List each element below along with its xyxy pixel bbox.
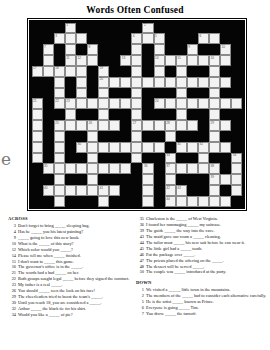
- grid-cell-black: [220, 33, 231, 44]
- grid-cell-black: [142, 66, 153, 77]
- across-clue-32: 32Arthur _____ the black tie for his shi…: [8, 306, 132, 312]
- clue-text: I found her rummaging _____ my suitcase.: [146, 222, 221, 227]
- cell-number: 3: [55, 34, 57, 38]
- grid-cell-white[interactable]: [198, 163, 209, 174]
- grid-cell-black: [65, 77, 76, 88]
- across-clue-4: 4Has he _____ you his latest painting?: [8, 229, 132, 235]
- grid-cell-white[interactable]: 18: [54, 66, 65, 77]
- grid-cell-white[interactable]: [54, 77, 65, 88]
- grid-cell-white[interactable]: 3: [54, 33, 65, 44]
- across-clue-29: 29The cheerleaders tried to boost the te…: [8, 294, 132, 300]
- grid-cell-white[interactable]: [231, 185, 242, 196]
- cell-number: 23: [66, 99, 70, 103]
- grid-cell-black: [120, 33, 131, 44]
- grid-cell-white[interactable]: [54, 196, 65, 207]
- grid-cell-black: [32, 44, 43, 55]
- grid-cell-white[interactable]: [176, 98, 187, 109]
- grid-cell-white[interactable]: [187, 142, 198, 153]
- grid-cell-white[interactable]: 38: [209, 163, 220, 174]
- grid-cell-white[interactable]: [142, 142, 153, 153]
- grid-cell-black: [198, 88, 209, 99]
- grid-cell-white[interactable]: 13: [120, 55, 131, 66]
- cell-number: 30: [77, 142, 81, 146]
- grid-cell-black: [43, 196, 54, 207]
- grid-cell-black: [76, 44, 87, 55]
- clue-number: 16: [8, 264, 16, 270]
- grid-cell-white[interactable]: [131, 77, 142, 88]
- grid-cell-white[interactable]: [165, 98, 176, 109]
- grid-cell-white[interactable]: 30: [76, 142, 87, 153]
- grid-cell-white[interactable]: [54, 174, 65, 185]
- grid-cell-white[interactable]: [165, 174, 176, 185]
- grid-cell-white[interactable]: [32, 131, 43, 142]
- grid-cell-white[interactable]: [220, 120, 231, 131]
- grid-cell-black: [32, 23, 43, 34]
- grid-cell-white[interactable]: [32, 153, 43, 164]
- grid-cell-black: [220, 153, 231, 164]
- grid-cell-black: [165, 23, 176, 34]
- grid-cell-white[interactable]: [87, 163, 98, 174]
- grid-cell-black: [176, 33, 187, 44]
- grid-cell-black: [131, 174, 142, 185]
- grid-cell-black: [76, 131, 87, 142]
- grid-cell-white[interactable]: [87, 174, 98, 185]
- grid-cell-black: [109, 66, 120, 77]
- grid-cell-white[interactable]: [87, 153, 98, 164]
- grid-cell-white[interactable]: [65, 163, 76, 174]
- grid-cell-black: [98, 131, 109, 142]
- clue-text: The cheerleaders tried to boost the team…: [18, 294, 103, 299]
- grid-cell-white[interactable]: [131, 88, 142, 99]
- across-clue-16: 16The governor's office is in the _____.: [8, 264, 132, 270]
- grid-cell-black: [198, 23, 209, 34]
- cell-number: 21: [33, 99, 37, 103]
- grid-cell-white[interactable]: [87, 98, 98, 109]
- down-clue-1: 1We visited a _____, little town in the …: [136, 287, 267, 293]
- grid-cell-white[interactable]: 34: [231, 153, 242, 164]
- grid-cell-white[interactable]: [131, 153, 142, 164]
- clue-number: 5: [136, 299, 144, 305]
- grid-cell-black: [32, 196, 43, 207]
- grid-cell-white[interactable]: [98, 88, 109, 99]
- grid-cell-black: [154, 153, 165, 164]
- grid-cell-white[interactable]: 22: [54, 98, 65, 109]
- grid-cell-white[interactable]: 40: [43, 185, 54, 196]
- grid-cell-black: [65, 196, 76, 207]
- grid-cell-white[interactable]: [165, 77, 176, 88]
- grid-cell-white[interactable]: [220, 55, 231, 66]
- grid-cell-white[interactable]: 37: [165, 163, 176, 174]
- grid-cell-black: [220, 131, 231, 142]
- grid-cell-white[interactable]: [142, 77, 153, 88]
- grid-cell-white[interactable]: [120, 98, 131, 109]
- grid-cell-white[interactable]: [65, 66, 76, 77]
- grid-cell-white[interactable]: [142, 185, 153, 196]
- across-clue-45: 45The little girl had a _____ tooth.: [136, 246, 267, 252]
- grid-cell-white[interactable]: 35: [43, 163, 54, 174]
- clue-number: 48: [136, 264, 144, 270]
- grid-cell-white[interactable]: [54, 163, 65, 174]
- clue-text: My father is a real _____.: [18, 282, 63, 287]
- grid-cell-white[interactable]: [220, 142, 231, 153]
- grid-cell-white[interactable]: 31: [176, 142, 187, 153]
- grid-cell-white[interactable]: [109, 98, 120, 109]
- cell-number: 16: [211, 56, 215, 60]
- grid-cell-white[interactable]: 8: [87, 44, 98, 55]
- clue-text: Charleston is the _____ of West Virginia…: [146, 216, 218, 221]
- grid-cell-white[interactable]: [43, 66, 54, 77]
- grid-cell-white[interactable]: [87, 185, 98, 196]
- grid-cell-black: [43, 23, 54, 34]
- grid-cell-white[interactable]: [131, 55, 142, 66]
- grid-cell-white[interactable]: 43: [176, 185, 187, 196]
- grid-cell-white[interactable]: 29: [209, 120, 220, 131]
- grid-cell-white[interactable]: 1: [65, 23, 76, 34]
- grid-cell-white[interactable]: [109, 185, 120, 196]
- grid-cell-white[interactable]: 24: [154, 98, 165, 109]
- grid-cell-white[interactable]: [187, 98, 198, 109]
- grid-cell-white[interactable]: [176, 163, 187, 174]
- grid-cell-white[interactable]: [120, 77, 131, 88]
- grid-cell-white[interactable]: [76, 77, 87, 88]
- cell-number: 34: [233, 153, 237, 157]
- grid-cell-white[interactable]: [98, 142, 109, 153]
- grid-cell-white[interactable]: [131, 44, 142, 55]
- grid-cell-white[interactable]: [231, 174, 242, 185]
- grid-cell-white[interactable]: 20: [98, 77, 109, 88]
- grid-cell-white[interactable]: [220, 77, 231, 88]
- cell-number: 7: [44, 45, 46, 49]
- grid-cell-black: [154, 196, 165, 207]
- cell-number: 37: [166, 164, 170, 168]
- grid-cell-white[interactable]: [209, 131, 220, 142]
- grid-cell-white[interactable]: [220, 98, 231, 109]
- grid-cell-white[interactable]: [142, 174, 153, 185]
- grid-cell-white[interactable]: [65, 109, 76, 120]
- grid-cell-white[interactable]: 26: [87, 120, 98, 131]
- across-clue-34: 34Would you like a _____ of pie?: [8, 312, 132, 318]
- clue-number: 39: [136, 228, 144, 234]
- grid-cell-white[interactable]: [209, 196, 220, 207]
- grid-cell-white[interactable]: [198, 98, 209, 109]
- grid-cell-black: [32, 33, 43, 44]
- grid-cell-white[interactable]: [98, 163, 109, 174]
- cell-number: 14: [155, 56, 159, 60]
- grid-cell-black: [109, 196, 120, 207]
- grid-cell-white[interactable]: [87, 142, 98, 153]
- grid-cell-white[interactable]: [131, 98, 142, 109]
- grid-cell-white[interactable]: [32, 109, 43, 120]
- grid-cell-black: [120, 23, 131, 34]
- grid-cell-white[interactable]: 4: [131, 33, 142, 44]
- grid-cell-white[interactable]: [231, 98, 242, 109]
- grid-cell-white[interactable]: [142, 196, 153, 207]
- cell-number: 2: [144, 23, 146, 27]
- grid-cell-white[interactable]: [65, 33, 76, 44]
- grid-cell-white[interactable]: [209, 33, 220, 44]
- grid-cell-white[interactable]: 15: [176, 55, 187, 66]
- grid-cell-white[interactable]: [54, 142, 65, 153]
- grid-cell-white[interactable]: [220, 174, 231, 185]
- grid-cell-white[interactable]: [32, 120, 43, 131]
- grid-cell-black: [109, 131, 120, 142]
- grid-cell-white[interactable]: [109, 77, 120, 88]
- grid-cell-black: [176, 153, 187, 164]
- grid-cell-white[interactable]: [54, 185, 65, 196]
- clue-text: We visited a _____, little town in the m…: [146, 287, 230, 292]
- cell-number: 17: [33, 66, 37, 70]
- grid-cell-white[interactable]: [109, 120, 120, 131]
- grid-cell-black: [43, 142, 54, 153]
- grid-cell-white[interactable]: 16: [209, 55, 220, 66]
- grid-cell-white[interactable]: [109, 163, 120, 174]
- grid-cell-white[interactable]: 44: [165, 196, 176, 207]
- clue-number: 9: [8, 235, 16, 241]
- cell-number: 8: [88, 45, 90, 49]
- grid-cell-black: [120, 131, 131, 142]
- grid-cell-black: [43, 131, 54, 142]
- grid-cell-white[interactable]: 7: [43, 44, 54, 55]
- grid-cell-black: [120, 88, 131, 99]
- grid-cell-white[interactable]: [54, 88, 65, 99]
- clue-text: Please tell me when _____ finished.: [18, 253, 81, 258]
- grid-cell-white[interactable]: [54, 131, 65, 142]
- grid-cell-white[interactable]: 42: [165, 185, 176, 196]
- grid-cell-white[interactable]: [209, 77, 220, 88]
- grid-cell-white[interactable]: [154, 142, 165, 153]
- grid-cell-black: [231, 55, 242, 66]
- grid-cell-white[interactable]: [131, 131, 142, 142]
- grid-cell-white[interactable]: [76, 98, 87, 109]
- grid-cell-white[interactable]: 23: [65, 98, 76, 109]
- grid-cell-black: [43, 109, 54, 120]
- clue-number: 47: [136, 258, 144, 264]
- grid-cell-black: [209, 153, 220, 164]
- grid-cell-black: [154, 131, 165, 142]
- grid-cell-white[interactable]: [165, 131, 176, 142]
- grid-cell-white[interactable]: [98, 120, 109, 131]
- grid-cell-white[interactable]: [220, 196, 231, 207]
- grid-cell-white[interactable]: [65, 44, 76, 55]
- grid-cell-white[interactable]: [131, 109, 142, 120]
- grid-cell-black: [32, 174, 43, 185]
- grid-cell-white[interactable]: 12: [76, 55, 87, 66]
- clue-number: 50: [136, 269, 144, 275]
- grid-cell-black: [220, 109, 231, 120]
- grid-cell-white[interactable]: [209, 109, 220, 120]
- grid-cell-white[interactable]: 2: [142, 23, 153, 34]
- grid-cell-white[interactable]: [76, 120, 87, 131]
- grid-cell-white[interactable]: [187, 196, 198, 207]
- grid-cell-white[interactable]: [231, 163, 242, 174]
- across-clue-46: 46Put the package over _____.: [136, 252, 267, 258]
- grid-cell-black: [142, 55, 153, 66]
- clue-text: The couple was _____ introduced at the p…: [146, 269, 226, 274]
- clue-text: Has he _____ you his latest painting?: [18, 229, 83, 234]
- grid-cell-white[interactable]: [76, 66, 87, 77]
- grid-cell-white[interactable]: 19: [98, 66, 109, 77]
- grid-cell-black: [109, 55, 120, 66]
- down-clue-2: 2The members of the _____ had to conside…: [136, 293, 267, 299]
- grid-cell-black: [198, 66, 209, 77]
- grid-cell-black: [142, 44, 153, 55]
- across-clue-47: 47The priests placed the offering on the…: [136, 258, 267, 264]
- across-clue-22: 22Both groups sought legal _____ before …: [8, 276, 132, 282]
- grid-cell-white[interactable]: [209, 88, 220, 99]
- grid-cell-black: [187, 185, 198, 196]
- grid-cell-black: [187, 33, 198, 44]
- grid-cell-white[interactable]: [165, 55, 176, 66]
- grid-cell-white[interactable]: [198, 55, 209, 66]
- grid-cell-white[interactable]: [65, 120, 76, 131]
- grid-cell-white[interactable]: [209, 185, 220, 196]
- grid-cell-white[interactable]: [120, 142, 131, 153]
- grid-cell-black: [176, 23, 187, 34]
- clue-text: The members of the _____ had to consider…: [146, 293, 266, 298]
- grid-cell-white[interactable]: [209, 66, 220, 77]
- grid-cell-black: [154, 185, 165, 196]
- clue-text: The governor's office is in the _____.: [18, 264, 83, 269]
- grid-cell-white[interactable]: 5: [154, 33, 165, 44]
- grid-cell-black: [87, 23, 98, 34]
- grid-cell-white[interactable]: 41: [98, 185, 109, 196]
- grid-cell-black: [165, 109, 176, 120]
- grid-cell-white[interactable]: [209, 142, 220, 153]
- grid-cell-white[interactable]: [76, 185, 87, 196]
- grid-cell-white[interactable]: 17: [32, 66, 43, 77]
- clue-number: 29: [8, 294, 16, 300]
- grid-cell-white[interactable]: 28: [165, 120, 176, 131]
- across-clue-43: 43The maid gave our room a _____ cleanin…: [136, 234, 267, 240]
- grid-cell-white[interactable]: 36: [142, 163, 153, 174]
- clue-number: 10: [8, 241, 16, 247]
- grid-cell-black: [76, 174, 87, 185]
- grid-cell-black: [142, 153, 153, 164]
- grid-cell-white[interactable]: [131, 66, 142, 77]
- grid-cell-white[interactable]: 14: [154, 55, 165, 66]
- grid-cell-black: [165, 33, 176, 44]
- grid-cell-white[interactable]: [142, 120, 153, 131]
- grid-cell-black: [87, 66, 98, 77]
- clue-text: The maid gave our room a _____ cleaning.: [146, 234, 221, 239]
- cell-number: 39: [211, 175, 215, 179]
- clue-text: You drove _____ the turnoff.: [146, 311, 197, 316]
- grid-cell-black: [187, 88, 198, 99]
- across-clue-39: 39The guide _____ the way into the cave.: [136, 228, 267, 234]
- grid-cell-white[interactable]: 25: [54, 120, 65, 131]
- grid-cell-white[interactable]: 21: [32, 98, 43, 109]
- grid-cell-black: [65, 153, 76, 164]
- across-clue-9: 9_____ going to love this new book.: [8, 235, 132, 241]
- clue-number: 46: [136, 252, 144, 258]
- grid-cell-white[interactable]: [154, 66, 165, 77]
- grid-cell-white[interactable]: [187, 120, 198, 131]
- grid-cell-white[interactable]: [176, 77, 187, 88]
- grid-cell-black: [43, 120, 54, 131]
- grid-cell-black: [198, 109, 209, 120]
- grid-cell-white[interactable]: [98, 109, 109, 120]
- grid-cell-black: [65, 88, 76, 99]
- grid-cell-white[interactable]: 6: [198, 33, 209, 44]
- grid-cell-white[interactable]: [198, 153, 209, 164]
- clue-number: 7: [136, 311, 144, 317]
- grid-cell-black: [209, 23, 220, 34]
- clue-number: 34: [8, 312, 16, 318]
- grid-cell-black: [43, 153, 54, 164]
- grid-cell-white[interactable]: [98, 196, 109, 207]
- grid-cell-white[interactable]: [209, 98, 220, 109]
- clue-number: 4: [8, 229, 16, 235]
- grid-cell-black: [32, 77, 43, 88]
- grid-cell-white[interactable]: [87, 131, 98, 142]
- clue-number: 21: [8, 270, 16, 276]
- grid-cell-white[interactable]: [176, 120, 187, 131]
- grid-cell-white[interactable]: [98, 98, 109, 109]
- across-clue-48: 48The dessert will be served _____.: [136, 264, 267, 270]
- grid-cell-white[interactable]: [109, 142, 120, 153]
- grid-cell-black: [109, 33, 120, 44]
- grid-cell-black: [154, 23, 165, 34]
- clue-text: You should _____ seen the look on his fa…: [18, 288, 95, 293]
- grid-cell-white[interactable]: 11: [65, 55, 76, 66]
- grid-cell-white[interactable]: [142, 33, 153, 44]
- clue-text: Both groups sought legal _____ before th…: [18, 276, 129, 281]
- grid-cell-white[interactable]: 27: [131, 120, 142, 131]
- clue-number: 14: [8, 253, 16, 259]
- grid-cell-white[interactable]: [87, 55, 98, 66]
- across-heading: ACROSS: [8, 216, 132, 222]
- grid-cell-white[interactable]: [54, 153, 65, 164]
- grid-cell-white[interactable]: [176, 109, 187, 120]
- grid-cell-white[interactable]: [76, 88, 87, 99]
- grid-cell-black: [87, 77, 98, 88]
- grid-cell-white[interactable]: [131, 142, 142, 153]
- grid-cell-white[interactable]: [198, 77, 209, 88]
- grid-cell-white[interactable]: [176, 196, 187, 207]
- grid-cell-white[interactable]: [154, 77, 165, 88]
- grid-cell-white[interactable]: 32: [198, 142, 209, 153]
- cell-number: 25: [55, 121, 59, 125]
- grid-cell-black: [165, 66, 176, 77]
- across-clue-36: 36I found her rummaging _____ my suitcas…: [136, 222, 267, 228]
- crossword-frame: 1234567891011121314151617181920212223242…: [28, 19, 246, 210]
- grid-cell-black: [98, 153, 109, 164]
- grid-cell-white[interactable]: [120, 163, 131, 174]
- grid-cell-black: [65, 142, 76, 153]
- clue-number: 32: [8, 306, 16, 312]
- grid-cell-white[interactable]: 9: [187, 44, 198, 55]
- grid-cell-black: [131, 196, 142, 207]
- grid-cell-white[interactable]: [198, 196, 209, 207]
- grid-cell-white[interactable]: [65, 185, 76, 196]
- grid-cell-white[interactable]: [76, 33, 87, 44]
- grid-cell-white[interactable]: [176, 88, 187, 99]
- grid-cell-white[interactable]: [43, 55, 54, 66]
- grid-cell-white[interactable]: [176, 66, 187, 77]
- grid-cell-white[interactable]: [76, 163, 87, 174]
- across-clue-21: 21The words had a bad _____ on her.: [8, 270, 132, 276]
- grid-cell-white[interactable]: [154, 120, 165, 131]
- grid-cell-white[interactable]: 39: [209, 174, 220, 185]
- grid-cell-white[interactable]: [187, 163, 198, 174]
- grid-cell-white[interactable]: [187, 55, 198, 66]
- grid-cell-white[interactable]: [32, 142, 43, 153]
- grid-cell-black: [98, 44, 109, 55]
- grid-cell-white[interactable]: 10: [220, 44, 231, 55]
- grid-cell-white[interactable]: [154, 44, 165, 55]
- grid-cell-white[interactable]: 33: [165, 153, 176, 164]
- grid-cell-white[interactable]: [187, 77, 198, 88]
